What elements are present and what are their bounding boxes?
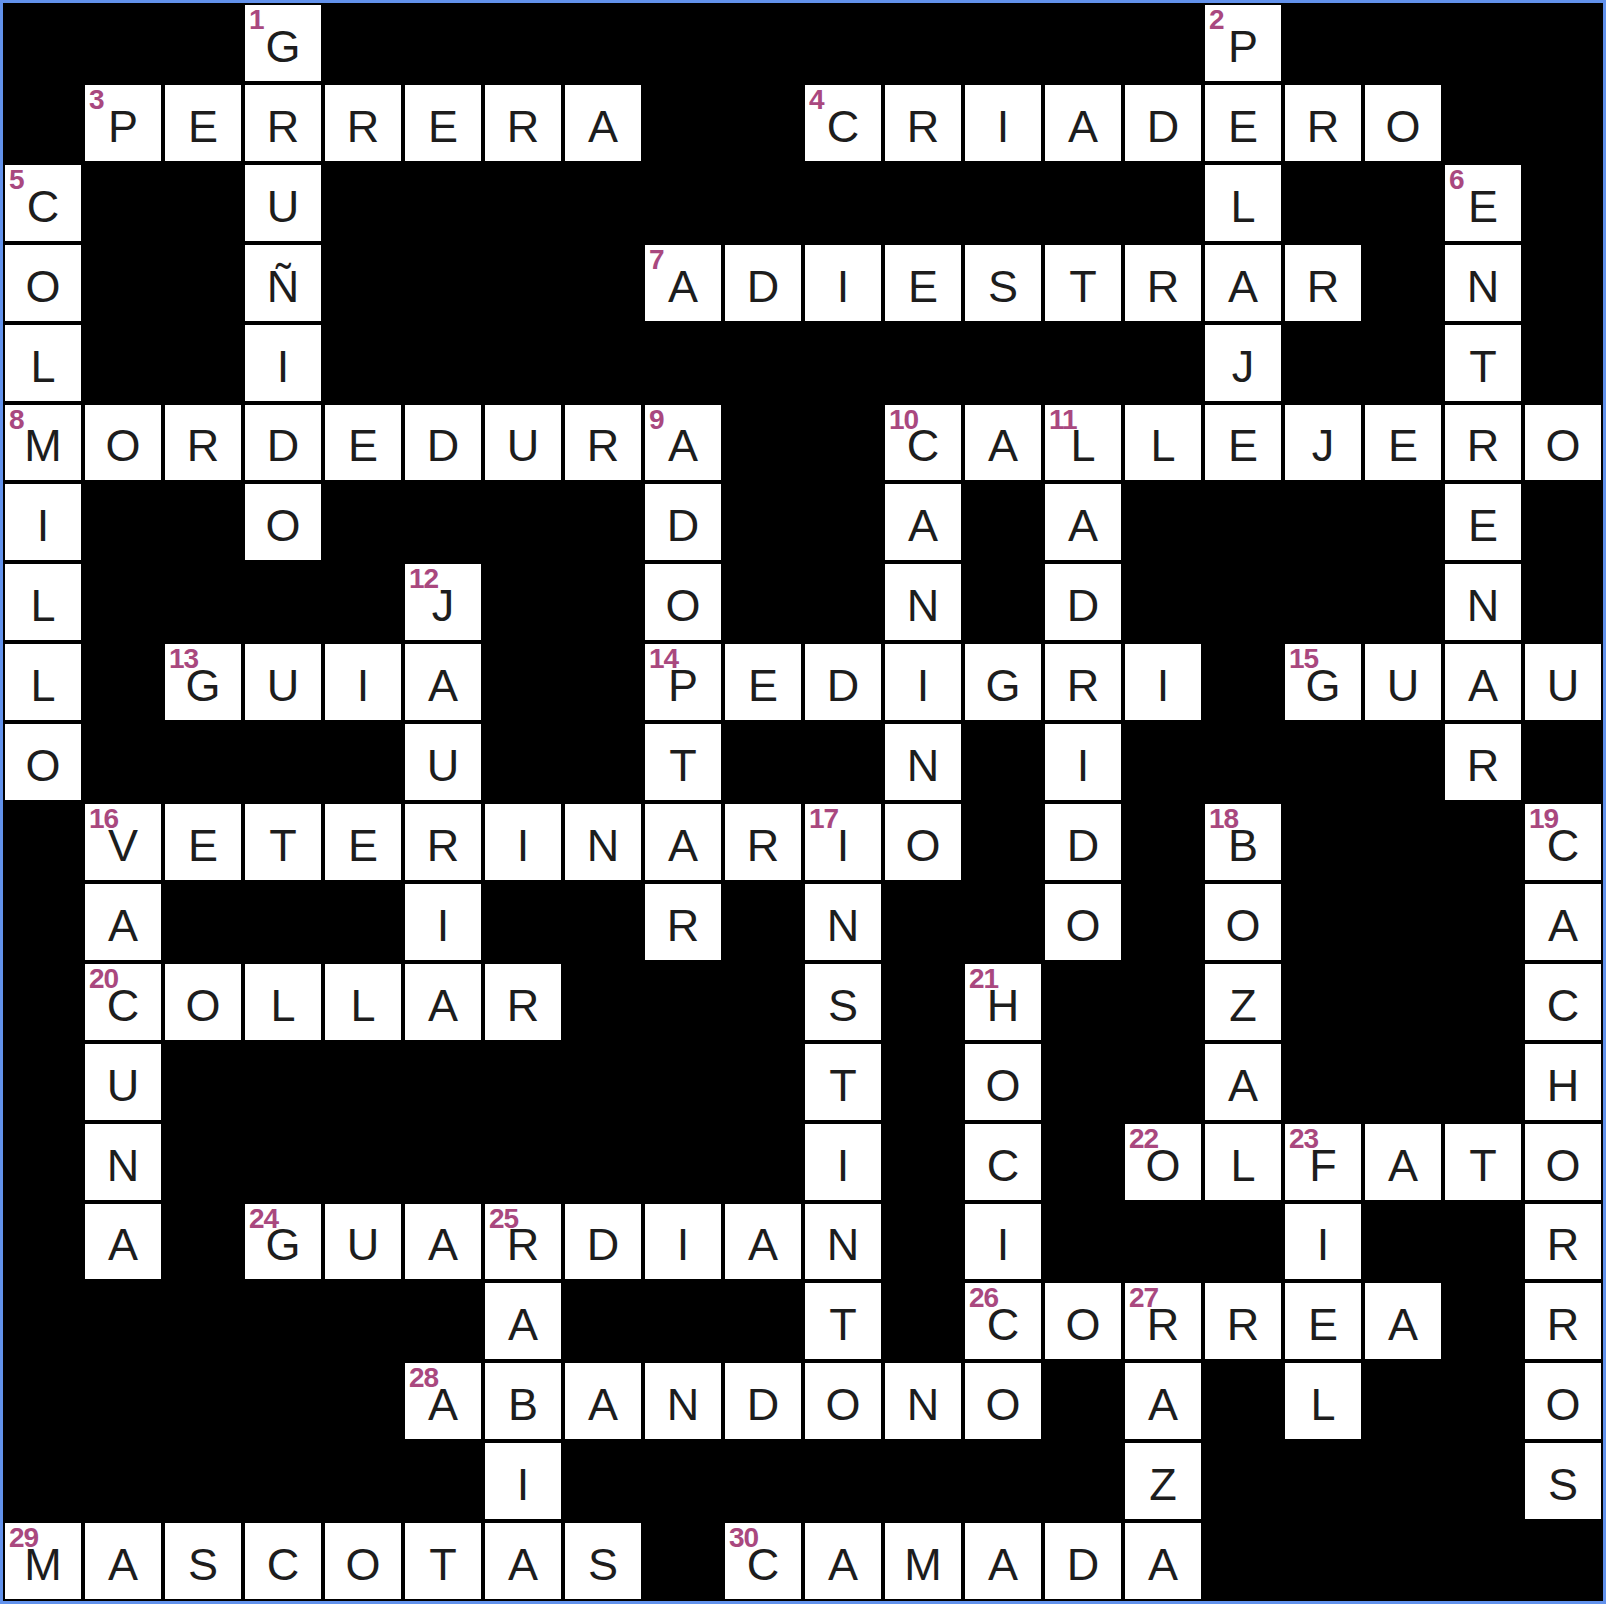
cell-r5c16[interactable]: J	[1283, 403, 1363, 483]
black-cell-r18c8	[643, 1441, 723, 1521]
black-cell-r13c7	[563, 1042, 643, 1122]
black-cell-r3c1	[83, 243, 163, 323]
cell-r5c2[interactable]: R	[163, 403, 243, 483]
cell-letter: U	[347, 1215, 380, 1267]
black-cell-r9c3	[243, 722, 323, 802]
cell-r15c12[interactable]: I	[963, 1202, 1043, 1282]
cell-r5c13[interactable]: 11L	[1043, 403, 1123, 483]
cell-r6c3[interactable]: O	[243, 482, 323, 562]
cell-r19c2[interactable]: S	[163, 1521, 243, 1601]
cell-letter: S	[988, 257, 1018, 309]
cell-r8c3[interactable]: U	[243, 642, 323, 722]
cell-r11c5[interactable]: I	[403, 882, 483, 962]
black-cell-r11c14	[1123, 882, 1203, 962]
black-cell-r9c9	[723, 722, 803, 802]
cell-letter: P	[1228, 17, 1258, 69]
black-cell-r18c18	[1443, 1441, 1523, 1521]
cell-r3c18[interactable]: N	[1443, 243, 1523, 323]
cell-r12c6[interactable]: R	[483, 962, 563, 1042]
cell-letter: N	[1467, 257, 1500, 309]
cell-r8c8[interactable]: 14P	[643, 642, 723, 722]
cell-r5c6[interactable]: U	[483, 403, 563, 483]
cell-r10c2[interactable]: E	[163, 802, 243, 882]
black-cell-r0c11	[883, 3, 963, 83]
cell-r4c18[interactable]: T	[1443, 323, 1523, 403]
clue-number-5: 5	[9, 165, 24, 196]
cell-letter: R	[1307, 257, 1340, 309]
cell-r16c19[interactable]: R	[1523, 1281, 1603, 1361]
black-cell-r4c6	[483, 323, 563, 403]
cell-r15c3[interactable]: 24G	[243, 1202, 323, 1282]
cell-r5c18[interactable]: R	[1443, 403, 1523, 483]
cell-letter: E	[1388, 416, 1418, 468]
cell-r14c19[interactable]: O	[1523, 1122, 1603, 1202]
black-cell-r2c5	[403, 163, 483, 243]
cell-r1c14[interactable]: D	[1123, 83, 1203, 163]
black-cell-r7c6	[483, 562, 563, 642]
black-cell-r9c2	[163, 722, 243, 802]
cell-r19c3[interactable]: C	[243, 1521, 323, 1601]
cell-r5c11[interactable]: 10C	[883, 403, 963, 483]
cell-r6c18[interactable]: E	[1443, 482, 1523, 562]
cell-r16c14[interactable]: 27R	[1123, 1281, 1203, 1361]
clue-number-28: 28	[409, 1363, 438, 1394]
cell-letter: C	[267, 1535, 300, 1587]
cell-r14c1[interactable]: N	[83, 1122, 163, 1202]
cell-r19c4[interactable]: O	[323, 1521, 403, 1601]
cell-r5c14[interactable]: L	[1123, 403, 1203, 483]
cell-r13c15[interactable]: A	[1203, 1042, 1283, 1122]
black-cell-r13c9	[723, 1042, 803, 1122]
cell-r5c8[interactable]: 9A	[643, 403, 723, 483]
clue-number-18: 18	[1209, 804, 1238, 835]
cell-r7c0[interactable]: L	[3, 562, 83, 642]
cell-r1c13[interactable]: A	[1043, 83, 1123, 163]
cell-r10c15[interactable]: 18B	[1203, 802, 1283, 882]
cell-r8c10[interactable]: D	[803, 642, 883, 722]
cell-r15c6[interactable]: 25R	[483, 1202, 563, 1282]
cell-r2c15[interactable]: L	[1203, 163, 1283, 243]
cell-r14c17[interactable]: A	[1363, 1122, 1443, 1202]
cell-r8c19[interactable]: U	[1523, 642, 1603, 722]
cell-r9c11[interactable]: N	[883, 722, 963, 802]
cell-r19c1[interactable]: A	[83, 1521, 163, 1601]
cell-letter: O	[1065, 1295, 1100, 1347]
cell-r16c13[interactable]: O	[1043, 1281, 1123, 1361]
cell-r5c15[interactable]: E	[1203, 403, 1283, 483]
cell-r7c5[interactable]: 12J	[403, 562, 483, 642]
black-cell-r3c5	[403, 243, 483, 323]
cell-r12c3[interactable]: L	[243, 962, 323, 1042]
black-cell-r2c6	[483, 163, 563, 243]
cell-r1c6[interactable]: R	[483, 83, 563, 163]
cell-letter: S	[828, 976, 858, 1028]
cell-letter: R	[667, 896, 700, 948]
cell-r1c15[interactable]: E	[1203, 83, 1283, 163]
black-cell-r12c17	[1363, 962, 1443, 1042]
black-cell-r8c15	[1203, 642, 1283, 722]
black-cell-r19c18	[1443, 1521, 1523, 1601]
cell-letter: O	[825, 1375, 860, 1427]
cell-r1c2[interactable]: E	[163, 83, 243, 163]
cell-r8c0[interactable]: L	[3, 642, 83, 722]
cell-r17c10[interactable]: O	[803, 1361, 883, 1441]
black-cell-r2c9	[723, 163, 803, 243]
black-cell-r3c17	[1363, 243, 1443, 323]
cell-r18c19[interactable]: S	[1523, 1441, 1603, 1521]
cell-r6c11[interactable]: A	[883, 482, 963, 562]
black-cell-r4c2	[163, 323, 243, 403]
cell-r5c3[interactable]: D	[243, 403, 323, 483]
black-cell-r12c11	[883, 962, 963, 1042]
cell-r19c9[interactable]: 30C	[723, 1521, 803, 1601]
cell-letter: A	[1548, 896, 1578, 948]
cell-letter: I	[517, 1455, 530, 1507]
cell-r10c7[interactable]: N	[563, 802, 643, 882]
cell-r3c11[interactable]: E	[883, 243, 963, 323]
black-cell-r12c13	[1043, 962, 1123, 1042]
cell-letter: L	[1150, 416, 1175, 468]
cell-letter: O	[105, 416, 140, 468]
cell-r11c13[interactable]: O	[1043, 882, 1123, 962]
cell-r10c10[interactable]: 17I	[803, 802, 883, 882]
cell-r15c1[interactable]: A	[83, 1202, 163, 1282]
cell-r19c11[interactable]: M	[883, 1521, 963, 1601]
cell-r16c10[interactable]: T	[803, 1281, 883, 1361]
cell-r1c10[interactable]: 4C	[803, 83, 883, 163]
cell-r1c5[interactable]: E	[403, 83, 483, 163]
cell-r16c16[interactable]: E	[1283, 1281, 1363, 1361]
clue-number-14: 14	[649, 644, 678, 675]
cell-r13c10[interactable]: T	[803, 1042, 883, 1122]
cell-letter: D	[427, 416, 460, 468]
cell-r11c8[interactable]: R	[643, 882, 723, 962]
cell-r8c11[interactable]: I	[883, 642, 963, 722]
cell-letter: L	[30, 337, 55, 389]
cell-letter: A	[748, 1215, 778, 1267]
black-cell-r6c9	[723, 482, 803, 562]
cell-r12c15[interactable]: Z	[1203, 962, 1283, 1042]
cell-r3c13[interactable]: T	[1043, 243, 1123, 323]
cell-r8c18[interactable]: A	[1443, 642, 1523, 722]
cell-r17c16[interactable]: L	[1283, 1361, 1363, 1441]
cell-r9c13[interactable]: I	[1043, 722, 1123, 802]
black-cell-r7c3	[243, 562, 323, 642]
black-cell-r14c5	[403, 1122, 483, 1202]
black-cell-r7c4	[323, 562, 403, 642]
cell-letter: I	[1317, 1215, 1330, 1267]
black-cell-r0c18	[1443, 3, 1523, 83]
cell-letter: A	[108, 896, 138, 948]
black-cell-r10c18	[1443, 802, 1523, 882]
cell-r17c7[interactable]: A	[563, 1361, 643, 1441]
cell-r9c8[interactable]: T	[643, 722, 723, 802]
cell-r7c11[interactable]: N	[883, 562, 963, 642]
cell-r10c11[interactable]: O	[883, 802, 963, 882]
cell-r6c8[interactable]: D	[643, 482, 723, 562]
cell-r15c16[interactable]: I	[1283, 1202, 1363, 1282]
cell-r18c14[interactable]: Z	[1123, 1441, 1203, 1521]
cell-r8c4[interactable]: I	[323, 642, 403, 722]
cell-r11c15[interactable]: O	[1203, 882, 1283, 962]
black-cell-r9c15	[1203, 722, 1283, 802]
cell-letter: A	[1228, 257, 1258, 309]
cell-r3c0[interactable]: O	[3, 243, 83, 323]
clue-number-8: 8	[9, 405, 24, 436]
cell-letter: N	[827, 1215, 860, 1267]
black-cell-r13c8	[643, 1042, 723, 1122]
black-cell-r18c0	[3, 1441, 83, 1521]
cell-letter: S	[588, 1535, 618, 1587]
cell-r9c5[interactable]: U	[403, 722, 483, 802]
black-cell-r6c19	[1523, 482, 1603, 562]
cell-r2c3[interactable]: U	[243, 163, 323, 243]
cell-r2c0[interactable]: 5C	[3, 163, 83, 243]
cell-r8c2[interactable]: 13G	[163, 642, 243, 722]
cell-r10c13[interactable]: D	[1043, 802, 1123, 882]
black-cell-r17c2	[163, 1361, 243, 1441]
cell-r18c6[interactable]: I	[483, 1441, 563, 1521]
cell-r12c4[interactable]: L	[323, 962, 403, 1042]
black-cell-r12c8	[643, 962, 723, 1042]
cell-r17c6[interactable]: B	[483, 1361, 563, 1441]
cell-letter: I	[437, 896, 450, 948]
clue-number-9: 9	[649, 405, 664, 436]
cell-r8c17[interactable]: U	[1363, 642, 1443, 722]
cell-r10c19[interactable]: 19C	[1523, 802, 1603, 882]
cell-letter: U	[1387, 656, 1420, 708]
cell-letter: N	[1467, 576, 1500, 628]
cell-letter: A	[428, 656, 458, 708]
cell-letter: A	[1148, 1375, 1178, 1427]
cell-letter: A	[428, 976, 458, 1028]
cell-r0c15[interactable]: 2P	[1203, 3, 1283, 83]
cell-r5c5[interactable]: D	[403, 403, 483, 483]
clue-number-23: 23	[1289, 1124, 1318, 1155]
cell-r15c8[interactable]: I	[643, 1202, 723, 1282]
cell-r1c16[interactable]: R	[1283, 83, 1363, 163]
cell-r3c15[interactable]: A	[1203, 243, 1283, 323]
cell-r12c12[interactable]: 21H	[963, 962, 1043, 1042]
cell-r19c14[interactable]: A	[1123, 1521, 1203, 1601]
cell-r13c12[interactable]: O	[963, 1042, 1043, 1122]
cell-r14c10[interactable]: I	[803, 1122, 883, 1202]
cell-letter: J	[1232, 337, 1255, 389]
cell-r19c13[interactable]: D	[1043, 1521, 1123, 1601]
cell-r5c7[interactable]: R	[563, 403, 643, 483]
black-cell-r11c7	[563, 882, 643, 962]
cell-r1c4[interactable]: R	[323, 83, 403, 163]
cell-letter: R	[1067, 656, 1100, 708]
cell-r10c9[interactable]: R	[723, 802, 803, 882]
cell-r3c8[interactable]: 7A	[643, 243, 723, 323]
cell-r1c3[interactable]: R	[243, 83, 323, 163]
cell-letter: N	[907, 736, 940, 788]
cell-r6c0[interactable]: I	[3, 482, 83, 562]
black-cell-r0c0	[3, 3, 83, 83]
cell-letter: L	[30, 576, 55, 628]
cell-r3c16[interactable]: R	[1283, 243, 1363, 323]
cell-letter: L	[1310, 1375, 1335, 1427]
cell-r8c13[interactable]: R	[1043, 642, 1123, 722]
cell-letter: O	[1385, 97, 1420, 149]
cell-r15c5[interactable]: A	[403, 1202, 483, 1282]
cell-r16c12[interactable]: 26C	[963, 1281, 1043, 1361]
cell-r8c14[interactable]: I	[1123, 642, 1203, 722]
cell-r12c1[interactable]: 20C	[83, 962, 163, 1042]
clue-number-1: 1	[249, 5, 264, 36]
cell-r13c1[interactable]: U	[83, 1042, 163, 1122]
cell-r9c18[interactable]: R	[1443, 722, 1523, 802]
cell-r14c16[interactable]: 23F	[1283, 1122, 1363, 1202]
cell-r16c15[interactable]: R	[1203, 1281, 1283, 1361]
black-cell-r10c0	[3, 802, 83, 882]
cell-r19c7[interactable]: S	[563, 1521, 643, 1601]
cell-letter: N	[587, 816, 620, 868]
cell-letter: R	[587, 416, 620, 468]
cell-r12c2[interactable]: O	[163, 962, 243, 1042]
cell-r3c10[interactable]: I	[803, 243, 883, 323]
cell-r0c3[interactable]: 1G	[243, 3, 323, 83]
cell-r9c0[interactable]: O	[3, 722, 83, 802]
cell-r17c11[interactable]: N	[883, 1361, 963, 1441]
cell-letter: I	[837, 257, 850, 309]
cell-r12c19[interactable]: C	[1523, 962, 1603, 1042]
black-cell-r0c13	[1043, 3, 1123, 83]
cell-r15c4[interactable]: U	[323, 1202, 403, 1282]
cell-r15c7[interactable]: D	[563, 1202, 643, 1282]
black-cell-r13c5	[403, 1042, 483, 1122]
cell-r13c19[interactable]: H	[1523, 1042, 1603, 1122]
cell-letter: I	[837, 816, 850, 868]
black-cell-r16c0	[3, 1281, 83, 1361]
clue-number-22: 22	[1129, 1124, 1158, 1155]
cell-r3c14[interactable]: R	[1123, 243, 1203, 323]
cell-r10c8[interactable]: A	[643, 802, 723, 882]
cell-r4c0[interactable]: L	[3, 323, 83, 403]
cell-r8c9[interactable]: E	[723, 642, 803, 722]
cell-r12c5[interactable]: A	[403, 962, 483, 1042]
cell-r1c1[interactable]: 3P	[83, 83, 163, 163]
cell-r1c7[interactable]: A	[563, 83, 643, 163]
cell-r11c1[interactable]: A	[83, 882, 163, 962]
cell-r19c5[interactable]: T	[403, 1521, 483, 1601]
black-cell-r1c18	[1443, 83, 1523, 163]
cell-r19c6[interactable]: A	[483, 1521, 563, 1601]
black-cell-r12c7	[563, 962, 643, 1042]
cell-r10c1[interactable]: 16V	[83, 802, 163, 882]
cell-r5c17[interactable]: E	[1363, 403, 1443, 483]
cell-r17c12[interactable]: O	[963, 1361, 1043, 1441]
black-cell-r13c0	[3, 1042, 83, 1122]
cell-r10c4[interactable]: E	[323, 802, 403, 882]
cell-r10c5[interactable]: R	[403, 802, 483, 882]
black-cell-r2c4	[323, 163, 403, 243]
cell-r6c13[interactable]: A	[1043, 482, 1123, 562]
cell-r1c12[interactable]: I	[963, 83, 1043, 163]
black-cell-r6c4	[323, 482, 403, 562]
cell-letter: L	[350, 976, 375, 1028]
cell-r14c12[interactable]: C	[963, 1122, 1043, 1202]
cell-r15c9[interactable]: A	[723, 1202, 803, 1282]
cell-r8c16[interactable]: 15G	[1283, 642, 1363, 722]
cell-r19c12[interactable]: A	[963, 1521, 1043, 1601]
black-cell-r4c16	[1283, 323, 1363, 403]
cell-r5c19[interactable]: O	[1523, 403, 1603, 483]
cell-letter: A	[988, 1535, 1018, 1587]
cell-r8c12[interactable]: G	[963, 642, 1043, 722]
cell-r2c18[interactable]: 6E	[1443, 163, 1523, 243]
cell-r10c3[interactable]: T	[243, 802, 323, 882]
cell-r10c6[interactable]: I	[483, 802, 563, 882]
cell-r14c15[interactable]: L	[1203, 1122, 1283, 1202]
cell-r15c10[interactable]: N	[803, 1202, 883, 1282]
cell-r5c4[interactable]: E	[323, 403, 403, 483]
cell-r5c12[interactable]: A	[963, 403, 1043, 483]
cell-r5c0[interactable]: 8M	[3, 403, 83, 483]
cell-r7c8[interactable]: O	[643, 562, 723, 642]
cell-r11c19[interactable]: A	[1523, 882, 1603, 962]
cell-r8c5[interactable]: A	[403, 642, 483, 722]
cell-letter: T	[1069, 257, 1097, 309]
cell-r1c11[interactable]: R	[883, 83, 963, 163]
black-cell-r3c7	[563, 243, 643, 323]
cell-r16c17[interactable]: A	[1363, 1281, 1443, 1361]
cell-r17c19[interactable]: O	[1523, 1361, 1603, 1441]
cell-r5c1[interactable]: O	[83, 403, 163, 483]
cell-r3c9[interactable]: D	[723, 243, 803, 323]
clue-number-30: 30	[729, 1523, 758, 1554]
black-cell-r6c10	[803, 482, 883, 562]
cell-r7c13[interactable]: D	[1043, 562, 1123, 642]
cell-r19c10[interactable]: A	[803, 1521, 883, 1601]
cell-r1c17[interactable]: O	[1363, 83, 1443, 163]
black-cell-r13c6	[483, 1042, 563, 1122]
cell-r11c10[interactable]: N	[803, 882, 883, 962]
cell-r16c6[interactable]: A	[483, 1281, 563, 1361]
black-cell-r0c5	[403, 3, 483, 83]
cell-r19c0[interactable]: 29M	[3, 1521, 83, 1601]
cell-r7c18[interactable]: N	[1443, 562, 1523, 642]
cell-r14c14[interactable]: 22O	[1123, 1122, 1203, 1202]
black-cell-r0c19	[1523, 3, 1603, 83]
black-cell-r17c1	[83, 1361, 163, 1441]
black-cell-r19c16	[1283, 1521, 1363, 1601]
cell-r17c8[interactable]: N	[643, 1361, 723, 1441]
black-cell-r9c7	[563, 722, 643, 802]
cell-letter: O	[985, 1375, 1020, 1427]
cell-r3c3[interactable]: Ñ	[243, 243, 323, 323]
cell-letter: O	[665, 576, 700, 628]
black-cell-r4c14	[1123, 323, 1203, 403]
cell-r17c5[interactable]: 28A	[403, 1361, 483, 1441]
cell-letter: I	[277, 337, 290, 389]
cell-r17c14[interactable]: A	[1123, 1361, 1203, 1441]
cell-letter: A	[1068, 496, 1098, 548]
cell-r14c18[interactable]: T	[1443, 1122, 1523, 1202]
cell-r15c19[interactable]: R	[1523, 1202, 1603, 1282]
cell-r17c9[interactable]: D	[723, 1361, 803, 1441]
cell-r12c10[interactable]: S	[803, 962, 883, 1042]
cell-letter: T	[1469, 337, 1497, 389]
cell-letter: R	[1147, 257, 1180, 309]
cell-r3c12[interactable]: S	[963, 243, 1043, 323]
cell-r4c15[interactable]: J	[1203, 323, 1283, 403]
cell-r4c3[interactable]: I	[243, 323, 323, 403]
black-cell-r11c2	[163, 882, 243, 962]
black-cell-r5c9	[723, 403, 803, 483]
cell-letter: C	[827, 97, 860, 149]
